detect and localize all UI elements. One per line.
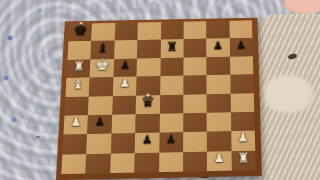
square-g8 <box>206 21 229 39</box>
square-a8: ♚ <box>68 23 92 41</box>
pawn-glyph: ♟ <box>120 60 131 71</box>
square-a4 <box>64 96 89 115</box>
square-e8 <box>160 22 183 40</box>
pawn-glyph: ♟ <box>166 134 177 146</box>
rook-glyph: ♜ <box>166 40 178 53</box>
pawn-glyph: ♟ <box>94 116 105 127</box>
square-d8 <box>137 22 160 40</box>
king-glyph: ♚ <box>94 58 109 74</box>
square-c6: ♟ <box>113 58 137 77</box>
square-h4 <box>230 93 254 112</box>
square-d5 <box>136 76 160 95</box>
square-c2 <box>111 133 136 153</box>
square-f5 <box>183 75 207 94</box>
square-a3: ♟ <box>63 115 88 135</box>
square-c7 <box>114 40 138 58</box>
square-f6 <box>183 57 206 76</box>
square-f7 <box>183 39 206 57</box>
square-e6 <box>160 57 183 76</box>
square-a1 <box>61 154 86 174</box>
bishop-glyph: ♝ <box>71 78 84 91</box>
pawn-glyph: ♟ <box>70 116 81 127</box>
pawn-glyph: ♟ <box>214 152 225 164</box>
beige-blanket <box>258 14 320 180</box>
pawn-glyph: ♟ <box>119 78 130 89</box>
square-h2: ♟ <box>231 131 255 151</box>
square-f2 <box>183 132 207 152</box>
square-g3 <box>207 112 231 132</box>
square-d6 <box>137 58 161 77</box>
square-c3 <box>111 114 135 134</box>
square-b2 <box>86 134 111 154</box>
square-e1 <box>159 152 183 172</box>
square-f3 <box>183 113 207 133</box>
square-e2: ♟ <box>159 132 183 152</box>
square-d3 <box>135 114 159 134</box>
square-h7: ♟ <box>229 38 252 56</box>
square-e7: ♜ <box>160 39 183 57</box>
queen-glyph: ♛ <box>141 94 155 109</box>
rook-glyph: ♜ <box>237 151 250 165</box>
square-g1: ♟ <box>207 151 231 171</box>
square-d2: ♟ <box>135 133 159 153</box>
square-d4: ♛ <box>136 95 160 114</box>
square-e3 <box>159 113 183 133</box>
square-g6 <box>207 57 230 76</box>
square-e5 <box>160 76 184 95</box>
square-h3 <box>231 112 255 132</box>
square-f4 <box>183 94 207 113</box>
square-h6 <box>230 56 254 75</box>
square-b6: ♚ <box>90 59 114 78</box>
square-b4 <box>88 96 112 115</box>
square-a7 <box>67 41 91 59</box>
square-b8 <box>91 23 115 41</box>
square-h8 <box>229 20 252 38</box>
square-b3: ♟ <box>87 115 112 135</box>
square-d7 <box>137 40 160 58</box>
chess-board: ♚♝♜♟♟♜♚♟♝♟♛♟♟♟♟♟♟♜ <box>61 20 255 174</box>
square-a5: ♝ <box>65 78 89 97</box>
square-a2 <box>62 134 87 154</box>
square-c8 <box>114 23 137 41</box>
square-c5: ♟ <box>113 77 137 96</box>
square-a6: ♜ <box>66 59 90 78</box>
king-glyph: ♚ <box>73 22 88 37</box>
square-g7: ♟ <box>206 39 229 57</box>
square-e4 <box>159 94 183 113</box>
square-g5 <box>207 75 231 94</box>
pawn-glyph: ♟ <box>236 39 246 50</box>
square-f8 <box>183 21 206 39</box>
square-h1: ♜ <box>231 150 256 170</box>
square-f1 <box>183 151 207 171</box>
square-g2 <box>207 131 231 151</box>
square-c1 <box>110 153 135 173</box>
pawn-glyph: ♟ <box>213 40 223 51</box>
square-h5 <box>230 74 254 93</box>
pawn-glyph: ♟ <box>238 132 249 144</box>
square-b7: ♝ <box>91 41 115 59</box>
chess-board-frame: ♚♝♜♟♟♜♚♟♝♟♛♟♟♟♟♟♟♜ <box>56 18 262 180</box>
square-c4 <box>112 95 136 114</box>
square-b1 <box>86 153 111 173</box>
piece-black-king-a8: ♚ <box>68 18 92 41</box>
photo-stage: ♚♝♜♟♟♜♚♟♝♟♛♟♟♟♟♟♟♜ <box>0 0 320 180</box>
rook-glyph: ♜ <box>72 60 85 73</box>
carpet-speck <box>36 136 40 138</box>
pawn-glyph: ♟ <box>142 134 153 146</box>
bishop-glyph: ♝ <box>97 41 109 54</box>
square-d1 <box>134 152 159 172</box>
square-g4 <box>207 93 231 112</box>
square-b5 <box>89 77 113 96</box>
ivory-finial <box>80 22 83 25</box>
